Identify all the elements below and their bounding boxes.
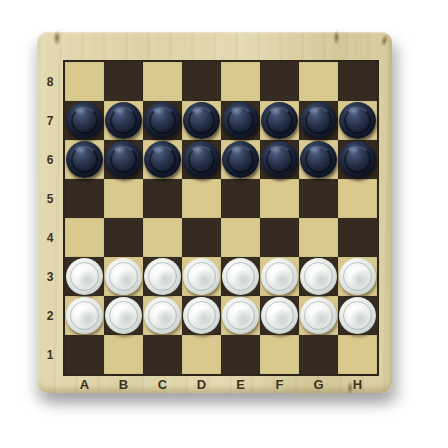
square-c8[interactable] — [143, 62, 182, 101]
checker-white[interactable] — [105, 258, 142, 295]
checker-white[interactable] — [261, 258, 298, 295]
checker-white[interactable] — [261, 297, 298, 334]
checker-white[interactable] — [339, 297, 376, 334]
rank-label-6: 6 — [37, 140, 63, 179]
square-g3[interactable] — [299, 257, 338, 296]
checker-white[interactable] — [222, 297, 259, 334]
square-c1[interactable] — [143, 335, 182, 374]
file-label-b: B — [104, 376, 143, 393]
checker-black[interactable] — [105, 141, 142, 178]
square-d4[interactable] — [182, 218, 221, 257]
square-d3[interactable] — [182, 257, 221, 296]
rank-label-7: 7 — [37, 101, 63, 140]
square-f3[interactable] — [260, 257, 299, 296]
checker-white[interactable] — [144, 258, 181, 295]
rank-labels: 87654321 — [37, 62, 63, 374]
square-e1[interactable] — [221, 335, 260, 374]
square-c7[interactable] — [143, 101, 182, 140]
square-f8[interactable] — [260, 62, 299, 101]
square-b7[interactable] — [104, 101, 143, 140]
rank-label-2: 2 — [37, 296, 63, 335]
checker-black[interactable] — [66, 141, 103, 178]
checker-black[interactable] — [300, 102, 337, 139]
square-b6[interactable] — [104, 140, 143, 179]
square-g6[interactable] — [299, 140, 338, 179]
square-c3[interactable] — [143, 257, 182, 296]
square-c5[interactable] — [143, 179, 182, 218]
square-a2[interactable] — [65, 296, 104, 335]
square-a4[interactable] — [65, 218, 104, 257]
checker-white[interactable] — [66, 297, 103, 334]
photo-background: 87654321 ABCDEFGH — [0, 0, 448, 448]
square-a8[interactable] — [65, 62, 104, 101]
wood-knot — [379, 33, 389, 47]
checker-white[interactable] — [144, 297, 181, 334]
checker-black[interactable] — [144, 102, 181, 139]
square-h7[interactable] — [338, 101, 377, 140]
square-e5[interactable] — [221, 179, 260, 218]
file-labels: ABCDEFGH — [65, 376, 377, 393]
square-f5[interactable] — [260, 179, 299, 218]
square-g4[interactable] — [299, 218, 338, 257]
checker-black[interactable] — [261, 102, 298, 139]
square-d2[interactable] — [182, 296, 221, 335]
square-f2[interactable] — [260, 296, 299, 335]
rank-label-4: 4 — [37, 218, 63, 257]
checker-white[interactable] — [222, 258, 259, 295]
square-h3[interactable] — [338, 257, 377, 296]
rank-label-8: 8 — [37, 62, 63, 101]
file-label-h: H — [338, 376, 377, 393]
square-g1[interactable] — [299, 335, 338, 374]
square-e4[interactable] — [221, 218, 260, 257]
checker-black[interactable] — [183, 102, 220, 139]
board-grid — [63, 60, 379, 376]
checker-black[interactable] — [339, 141, 376, 178]
rank-label-1: 1 — [37, 335, 63, 374]
file-label-a: A — [65, 376, 104, 393]
checker-black[interactable] — [105, 102, 142, 139]
checker-white[interactable] — [105, 297, 142, 334]
rank-label-3: 3 — [37, 257, 63, 296]
square-d1[interactable] — [182, 335, 221, 374]
checker-black[interactable] — [144, 141, 181, 178]
file-label-g: G — [299, 376, 338, 393]
checker-black[interactable] — [222, 102, 259, 139]
square-d5[interactable] — [182, 179, 221, 218]
checker-white[interactable] — [339, 258, 376, 295]
square-b8[interactable] — [104, 62, 143, 101]
square-a7[interactable] — [65, 101, 104, 140]
checkers-board: 87654321 ABCDEFGH — [37, 32, 392, 393]
square-e8[interactable] — [221, 62, 260, 101]
rank-label-5: 5 — [37, 179, 63, 218]
square-e3[interactable] — [221, 257, 260, 296]
square-d7[interactable] — [182, 101, 221, 140]
square-h1[interactable] — [338, 335, 377, 374]
wood-knot — [53, 30, 61, 46]
checker-black[interactable] — [183, 141, 220, 178]
square-g8[interactable] — [299, 62, 338, 101]
checker-white[interactable] — [300, 258, 337, 295]
square-f6[interactable] — [260, 140, 299, 179]
checker-black[interactable] — [261, 141, 298, 178]
square-f7[interactable] — [260, 101, 299, 140]
square-e6[interactable] — [221, 140, 260, 179]
square-d6[interactable] — [182, 140, 221, 179]
square-a5[interactable] — [65, 179, 104, 218]
file-label-f: F — [260, 376, 299, 393]
square-f1[interactable] — [260, 335, 299, 374]
checker-black[interactable] — [339, 102, 376, 139]
square-d8[interactable] — [182, 62, 221, 101]
square-g7[interactable] — [299, 101, 338, 140]
square-b4[interactable] — [104, 218, 143, 257]
file-label-d: D — [182, 376, 221, 393]
square-c2[interactable] — [143, 296, 182, 335]
checker-black[interactable] — [222, 141, 259, 178]
square-c6[interactable] — [143, 140, 182, 179]
checker-white[interactable] — [66, 258, 103, 295]
square-a6[interactable] — [65, 140, 104, 179]
square-h4[interactable] — [338, 218, 377, 257]
square-h2[interactable] — [338, 296, 377, 335]
square-h8[interactable] — [338, 62, 377, 101]
square-h6[interactable] — [338, 140, 377, 179]
file-label-c: C — [143, 376, 182, 393]
checker-white[interactable] — [183, 258, 220, 295]
file-label-e: E — [221, 376, 260, 393]
square-e7[interactable] — [221, 101, 260, 140]
square-b3[interactable] — [104, 257, 143, 296]
square-b2[interactable] — [104, 296, 143, 335]
square-a3[interactable] — [65, 257, 104, 296]
checker-black[interactable] — [300, 141, 337, 178]
square-b5[interactable] — [104, 179, 143, 218]
square-a1[interactable] — [65, 335, 104, 374]
square-h5[interactable] — [338, 179, 377, 218]
square-c4[interactable] — [143, 218, 182, 257]
checker-white[interactable] — [300, 297, 337, 334]
square-g5[interactable] — [299, 179, 338, 218]
square-g2[interactable] — [299, 296, 338, 335]
square-b1[interactable] — [104, 335, 143, 374]
square-f4[interactable] — [260, 218, 299, 257]
square-e2[interactable] — [221, 296, 260, 335]
checker-white[interactable] — [183, 297, 220, 334]
checker-black[interactable] — [66, 102, 103, 139]
wood-knot — [333, 30, 340, 45]
